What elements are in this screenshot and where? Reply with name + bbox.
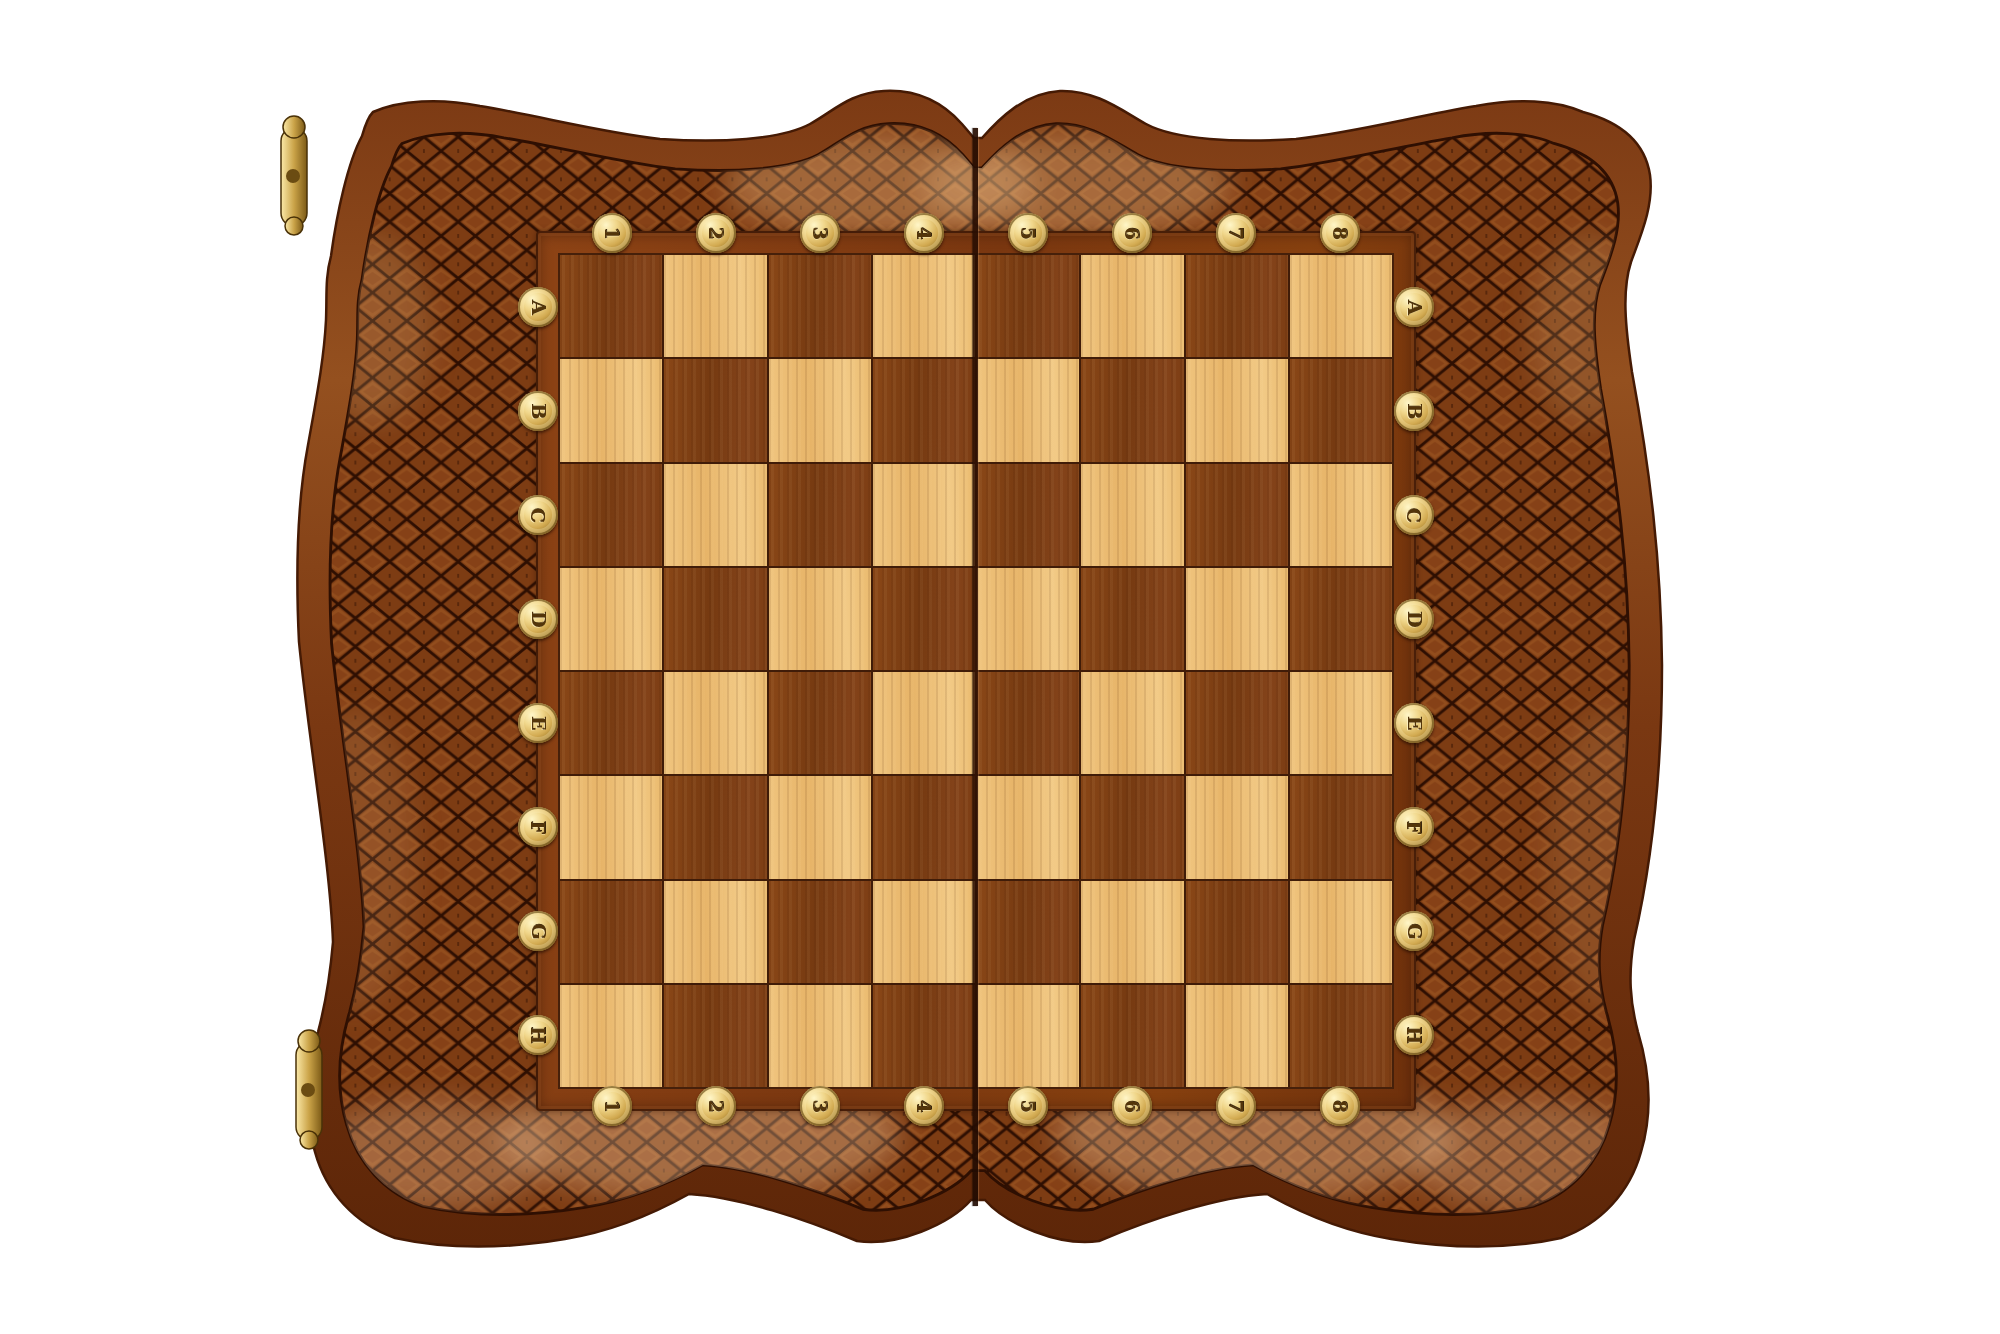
square-C3[interactable] bbox=[769, 464, 871, 566]
coord-label: 2 bbox=[706, 1099, 725, 1112]
square-E8[interactable] bbox=[1290, 672, 1392, 774]
coord-top-2: 2 bbox=[696, 213, 736, 253]
square-G1[interactable] bbox=[560, 881, 662, 983]
square-F2[interactable] bbox=[664, 776, 766, 878]
coord-label: F bbox=[1405, 820, 1424, 834]
square-D8[interactable] bbox=[1290, 568, 1392, 670]
coord-left-B: B bbox=[518, 391, 558, 431]
coord-bottom-5: 5 bbox=[1008, 1086, 1048, 1126]
square-E2[interactable] bbox=[664, 672, 766, 774]
page-background: 1234567812345678ABCDEFGHABCDEFGH bbox=[0, 0, 2000, 1334]
coord-label: 6 bbox=[1122, 1099, 1141, 1112]
square-H8[interactable] bbox=[1290, 985, 1392, 1087]
coord-label: 8 bbox=[1330, 1099, 1349, 1112]
coord-right-H: H bbox=[1394, 1015, 1434, 1055]
square-F5[interactable] bbox=[977, 776, 1079, 878]
coord-label: H bbox=[528, 1026, 547, 1044]
coord-right-E: E bbox=[1394, 703, 1434, 743]
coord-label: G bbox=[528, 923, 547, 939]
square-E5[interactable] bbox=[977, 672, 1079, 774]
coord-top-5: 5 bbox=[1008, 213, 1048, 253]
coord-bottom-1: 1 bbox=[592, 1086, 632, 1126]
square-C7[interactable] bbox=[1186, 464, 1288, 566]
coord-right-C: C bbox=[1394, 495, 1434, 535]
square-G8[interactable] bbox=[1290, 881, 1392, 983]
square-A6[interactable] bbox=[1081, 255, 1183, 357]
square-H6[interactable] bbox=[1081, 985, 1183, 1087]
fold-seam bbox=[973, 128, 978, 1206]
coord-label: A bbox=[529, 300, 548, 315]
square-D2[interactable] bbox=[664, 568, 766, 670]
square-A1[interactable] bbox=[560, 255, 662, 357]
square-B2[interactable] bbox=[664, 359, 766, 461]
square-H7[interactable] bbox=[1186, 985, 1288, 1087]
square-F4[interactable] bbox=[873, 776, 975, 878]
coord-left-G: G bbox=[518, 911, 558, 951]
coord-right-F: F bbox=[1394, 807, 1434, 847]
square-D3[interactable] bbox=[769, 568, 871, 670]
square-E7[interactable] bbox=[1186, 672, 1288, 774]
square-A3[interactable] bbox=[769, 255, 871, 357]
coord-label: D bbox=[528, 611, 547, 627]
square-B8[interactable] bbox=[1290, 359, 1392, 461]
coord-label: 4 bbox=[914, 226, 933, 239]
square-F8[interactable] bbox=[1290, 776, 1392, 878]
coord-label: 6 bbox=[1122, 226, 1141, 239]
square-A7[interactable] bbox=[1186, 255, 1288, 357]
coord-label: 3 bbox=[810, 1099, 829, 1112]
hinge-bottom-left bbox=[296, 1030, 322, 1149]
square-A4[interactable] bbox=[873, 255, 975, 357]
square-A2[interactable] bbox=[664, 255, 766, 357]
square-D5[interactable] bbox=[977, 568, 1079, 670]
coord-top-8: 8 bbox=[1320, 213, 1360, 253]
square-E6[interactable] bbox=[1081, 672, 1183, 774]
square-G6[interactable] bbox=[1081, 881, 1183, 983]
coord-label: 2 bbox=[706, 226, 725, 239]
coord-label: 8 bbox=[1330, 226, 1349, 239]
square-G3[interactable] bbox=[769, 881, 871, 983]
coord-label: 1 bbox=[602, 1099, 621, 1112]
coord-label: C bbox=[1405, 507, 1424, 522]
square-B6[interactable] bbox=[1081, 359, 1183, 461]
square-F3[interactable] bbox=[769, 776, 871, 878]
coord-label: H bbox=[1404, 1026, 1423, 1044]
square-B7[interactable] bbox=[1186, 359, 1288, 461]
square-G7[interactable] bbox=[1186, 881, 1288, 983]
square-H1[interactable] bbox=[560, 985, 662, 1087]
coord-label: D bbox=[1404, 611, 1423, 627]
coord-right-B: B bbox=[1394, 391, 1434, 431]
coord-bottom-7: 7 bbox=[1216, 1086, 1256, 1126]
coord-label: 1 bbox=[602, 226, 621, 239]
coord-label: C bbox=[529, 507, 548, 522]
coord-bottom-4: 4 bbox=[904, 1086, 944, 1126]
square-C2[interactable] bbox=[664, 464, 766, 566]
square-H2[interactable] bbox=[664, 985, 766, 1087]
square-A8[interactable] bbox=[1290, 255, 1392, 357]
coord-bottom-2: 2 bbox=[696, 1086, 736, 1126]
coord-top-1: 1 bbox=[592, 213, 632, 253]
coord-label: 7 bbox=[1226, 1099, 1245, 1112]
coord-bottom-6: 6 bbox=[1112, 1086, 1152, 1126]
square-B1[interactable] bbox=[560, 359, 662, 461]
square-F7[interactable] bbox=[1186, 776, 1288, 878]
square-B4[interactable] bbox=[873, 359, 975, 461]
square-F1[interactable] bbox=[560, 776, 662, 878]
coord-left-H: H bbox=[518, 1015, 558, 1055]
coord-label: G bbox=[1404, 923, 1423, 939]
square-B3[interactable] bbox=[769, 359, 871, 461]
square-H4[interactable] bbox=[873, 985, 975, 1087]
square-C5[interactable] bbox=[977, 464, 1079, 566]
square-C1[interactable] bbox=[560, 464, 662, 566]
coord-label: 5 bbox=[1018, 1099, 1037, 1112]
coord-left-C: C bbox=[518, 495, 558, 535]
square-E1[interactable] bbox=[560, 672, 662, 774]
coord-label: A bbox=[1405, 300, 1424, 315]
square-C6[interactable] bbox=[1081, 464, 1183, 566]
square-H5[interactable] bbox=[977, 985, 1079, 1087]
coord-right-D: D bbox=[1394, 599, 1434, 639]
coord-label: E bbox=[1404, 716, 1423, 730]
coord-left-F: F bbox=[518, 807, 558, 847]
coord-label: 5 bbox=[1018, 226, 1037, 239]
square-C8[interactable] bbox=[1290, 464, 1392, 566]
coord-top-7: 7 bbox=[1216, 213, 1256, 253]
coord-right-A: A bbox=[1394, 287, 1434, 327]
coord-bottom-3: 3 bbox=[800, 1086, 840, 1126]
coord-top-3: 3 bbox=[800, 213, 840, 253]
square-H3[interactable] bbox=[769, 985, 871, 1087]
square-A5[interactable] bbox=[977, 255, 1079, 357]
square-E3[interactable] bbox=[769, 672, 871, 774]
coord-bottom-8: 8 bbox=[1320, 1086, 1360, 1126]
coord-label: 7 bbox=[1226, 226, 1245, 239]
hinge-top-left bbox=[281, 116, 307, 235]
square-G4[interactable] bbox=[873, 881, 975, 983]
square-D6[interactable] bbox=[1081, 568, 1183, 670]
square-G5[interactable] bbox=[977, 881, 1079, 983]
square-F6[interactable] bbox=[1081, 776, 1183, 878]
square-C4[interactable] bbox=[873, 464, 975, 566]
coord-label: E bbox=[528, 716, 547, 730]
coord-top-4: 4 bbox=[904, 213, 944, 253]
coord-top-6: 6 bbox=[1112, 213, 1152, 253]
square-G2[interactable] bbox=[664, 881, 766, 983]
square-B5[interactable] bbox=[977, 359, 1079, 461]
square-D7[interactable] bbox=[1186, 568, 1288, 670]
coord-right-G: G bbox=[1394, 911, 1434, 951]
coord-label: B bbox=[1405, 403, 1424, 419]
coord-label: 4 bbox=[914, 1099, 933, 1112]
coord-label: B bbox=[529, 403, 548, 419]
coord-label: F bbox=[529, 820, 548, 834]
square-D1[interactable] bbox=[560, 568, 662, 670]
square-D4[interactable] bbox=[873, 568, 975, 670]
coord-left-E: E bbox=[518, 703, 558, 743]
coord-left-D: D bbox=[518, 599, 558, 639]
coord-label: 3 bbox=[810, 226, 829, 239]
coord-left-A: A bbox=[518, 287, 558, 327]
square-E4[interactable] bbox=[873, 672, 975, 774]
